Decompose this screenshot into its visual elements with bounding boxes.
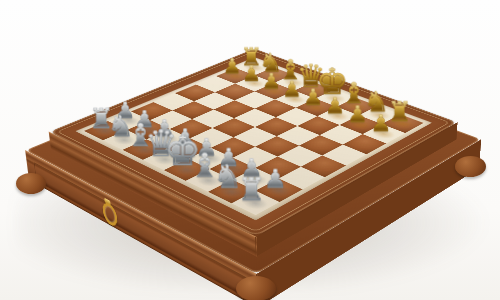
chess-scene: ♜♞♝♛♚♝♞♜♟♟♟♟♟♟♟♟♟♟♟♟♟♟♟♟♜♞♝♛♚♝♞♜ bbox=[0, 0, 500, 300]
piece-silver-rook[interactable]: ♜ bbox=[231, 191, 279, 216]
chess-case: ♜♞♝♛♚♝♞♜♟♟♟♟♟♟♟♟♟♟♟♟♟♟♟♟♜♞♝♛♚♝♞♜ bbox=[49, 49, 457, 237]
bun-foot-right bbox=[455, 156, 486, 177]
bun-foot-near bbox=[236, 276, 276, 300]
pawn-glyph: ♟ bbox=[359, 112, 404, 135]
rook-glyph: ♜ bbox=[226, 174, 276, 205]
drawer-ring-pull[interactable] bbox=[102, 200, 118, 229]
bun-foot-left bbox=[16, 173, 46, 194]
photo-background: ♜♞♝♛♚♝♞♜♟♟♟♟♟♟♟♟♟♟♟♟♟♟♟♟♜♞♝♛♚♝♞♜ bbox=[0, 0, 500, 300]
